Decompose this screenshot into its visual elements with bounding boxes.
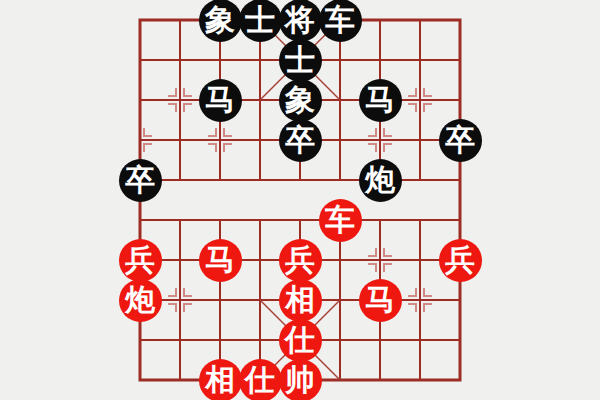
board-cell[interactable] (440, 0, 480, 40)
board-cell[interactable] (120, 80, 160, 120)
piece-black-horse[interactable]: 马 (199, 79, 242, 122)
piece-black-cannon[interactable]: 炮 (359, 159, 402, 202)
board-cell[interactable]: 仕 (280, 320, 320, 360)
board-cell[interactable] (240, 320, 280, 360)
piece-red-general[interactable]: 帅 (279, 359, 322, 400)
board-cell[interactable]: 士 (240, 0, 280, 40)
board-cell[interactable] (320, 160, 360, 200)
board-cell[interactable] (320, 360, 360, 400)
board-grid: 象士将车士马象马卒卒卒炮车兵马兵兵炮相马仕相仕帅 (120, 0, 480, 400)
board-cell[interactable]: 卒 (440, 120, 480, 160)
piece-red-advisor[interactable]: 仕 (239, 359, 282, 400)
board-cell[interactable] (240, 120, 280, 160)
board-cell[interactable] (440, 40, 480, 80)
board-cell[interactable] (320, 120, 360, 160)
piece-red-elephant[interactable]: 相 (279, 279, 322, 322)
board-cell[interactable] (240, 160, 280, 200)
board-cell[interactable] (320, 40, 360, 80)
piece-red-advisor[interactable]: 仕 (279, 319, 322, 362)
board-cell[interactable]: 马 (360, 80, 400, 120)
board-cell[interactable] (240, 240, 280, 280)
board-cell[interactable]: 兵 (280, 240, 320, 280)
board-cell[interactable] (360, 0, 400, 40)
board-cell[interactable] (240, 80, 280, 120)
board-cell[interactable] (400, 320, 440, 360)
board-cell[interactable] (400, 200, 440, 240)
board-cell[interactable] (360, 240, 400, 280)
board-cell[interactable] (160, 200, 200, 240)
board-cell[interactable] (240, 280, 280, 320)
board-cell[interactable] (160, 240, 200, 280)
board-cell[interactable] (160, 320, 200, 360)
board-cell[interactable] (120, 200, 160, 240)
board-cell[interactable] (400, 160, 440, 200)
board-cell[interactable] (400, 360, 440, 400)
board-cell[interactable] (360, 120, 400, 160)
board-cell[interactable] (440, 360, 480, 400)
board-cell[interactable]: 马 (200, 240, 240, 280)
piece-black-chariot[interactable]: 车 (319, 0, 362, 42)
board-cell[interactable] (360, 40, 400, 80)
board-cell[interactable] (160, 280, 200, 320)
board-cell[interactable] (200, 320, 240, 360)
piece-black-advisor[interactable]: 士 (239, 0, 282, 42)
board-cell[interactable]: 兵 (440, 240, 480, 280)
board-cell[interactable]: 车 (320, 200, 360, 240)
board-cell[interactable] (320, 280, 360, 320)
board-cell[interactable] (400, 120, 440, 160)
board-cell[interactable] (120, 360, 160, 400)
board-cell[interactable] (160, 40, 200, 80)
board-cell[interactable] (280, 160, 320, 200)
piece-black-horse[interactable]: 马 (359, 79, 402, 122)
board-cell[interactable] (440, 280, 480, 320)
piece-red-horse[interactable]: 马 (359, 279, 402, 322)
board-cell[interactable]: 马 (200, 80, 240, 120)
board-cell[interactable] (200, 40, 240, 80)
board-cell[interactable]: 象 (200, 0, 240, 40)
board-cell[interactable] (200, 200, 240, 240)
board-cell[interactable] (400, 0, 440, 40)
board-container: 象士将车士马象马卒卒卒炮车兵马兵兵炮相马仕相仕帅 (0, 0, 600, 400)
board-cell[interactable]: 卒 (120, 160, 160, 200)
piece-black-advisor[interactable]: 士 (279, 39, 322, 82)
board-cell[interactable] (120, 40, 160, 80)
board-cell[interactable]: 炮 (360, 160, 400, 200)
board-cell[interactable]: 士 (280, 40, 320, 80)
board-cell[interactable] (440, 80, 480, 120)
piece-black-soldier[interactable]: 卒 (279, 119, 322, 162)
board-cell[interactable] (360, 200, 400, 240)
board-cell[interactable] (120, 120, 160, 160)
board-cell[interactable] (160, 120, 200, 160)
piece-red-chariot[interactable]: 车 (319, 199, 362, 242)
piece-red-soldier[interactable]: 兵 (439, 239, 482, 282)
board-cell[interactable]: 炮 (120, 280, 160, 320)
board-cell[interactable] (200, 160, 240, 200)
board-cell[interactable]: 将 (280, 0, 320, 40)
board-cell[interactable] (440, 160, 480, 200)
board-cell[interactable] (280, 200, 320, 240)
board-cell[interactable]: 帅 (280, 360, 320, 400)
board-cell[interactable] (360, 360, 400, 400)
piece-red-horse[interactable]: 马 (199, 239, 242, 282)
board-cell[interactable] (200, 280, 240, 320)
board-cell[interactable] (400, 80, 440, 120)
board-cell[interactable] (160, 360, 200, 400)
board-cell[interactable] (400, 40, 440, 80)
piece-red-elephant[interactable]: 相 (199, 359, 242, 400)
board-cell[interactable] (360, 320, 400, 360)
piece-red-soldier[interactable]: 兵 (279, 239, 322, 282)
board-cell[interactable] (320, 240, 360, 280)
board-cell[interactable] (120, 0, 160, 40)
board-cell[interactable] (320, 80, 360, 120)
board-cell[interactable] (200, 120, 240, 160)
board-cell[interactable] (440, 200, 480, 240)
board-cell[interactable] (400, 280, 440, 320)
board-cell[interactable] (160, 160, 200, 200)
board-cell[interactable] (240, 200, 280, 240)
board-cell[interactable]: 车 (320, 0, 360, 40)
board-cell[interactable] (160, 0, 200, 40)
board-cell[interactable] (400, 240, 440, 280)
piece-black-elephant[interactable]: 象 (279, 79, 322, 122)
piece-black-elephant[interactable]: 象 (199, 0, 242, 42)
board-cell[interactable]: 卒 (280, 120, 320, 160)
board-cell[interactable]: 兵 (120, 240, 160, 280)
board-cell[interactable] (160, 80, 200, 120)
piece-black-soldier[interactable]: 卒 (119, 159, 162, 202)
board-cell[interactable]: 相 (200, 360, 240, 400)
board-cell[interactable]: 象 (280, 80, 320, 120)
piece-black-soldier[interactable]: 卒 (439, 119, 482, 162)
board-cell[interactable] (440, 320, 480, 360)
piece-black-general[interactable]: 将 (279, 0, 322, 42)
board-cell[interactable] (240, 40, 280, 80)
board-cell[interactable] (120, 320, 160, 360)
board-cell[interactable]: 仕 (240, 360, 280, 400)
board-cell[interactable] (320, 320, 360, 360)
board-cell[interactable]: 相 (280, 280, 320, 320)
board-cell[interactable]: 马 (360, 280, 400, 320)
piece-red-soldier[interactable]: 兵 (119, 239, 162, 282)
piece-red-cannon[interactable]: 炮 (119, 279, 162, 322)
